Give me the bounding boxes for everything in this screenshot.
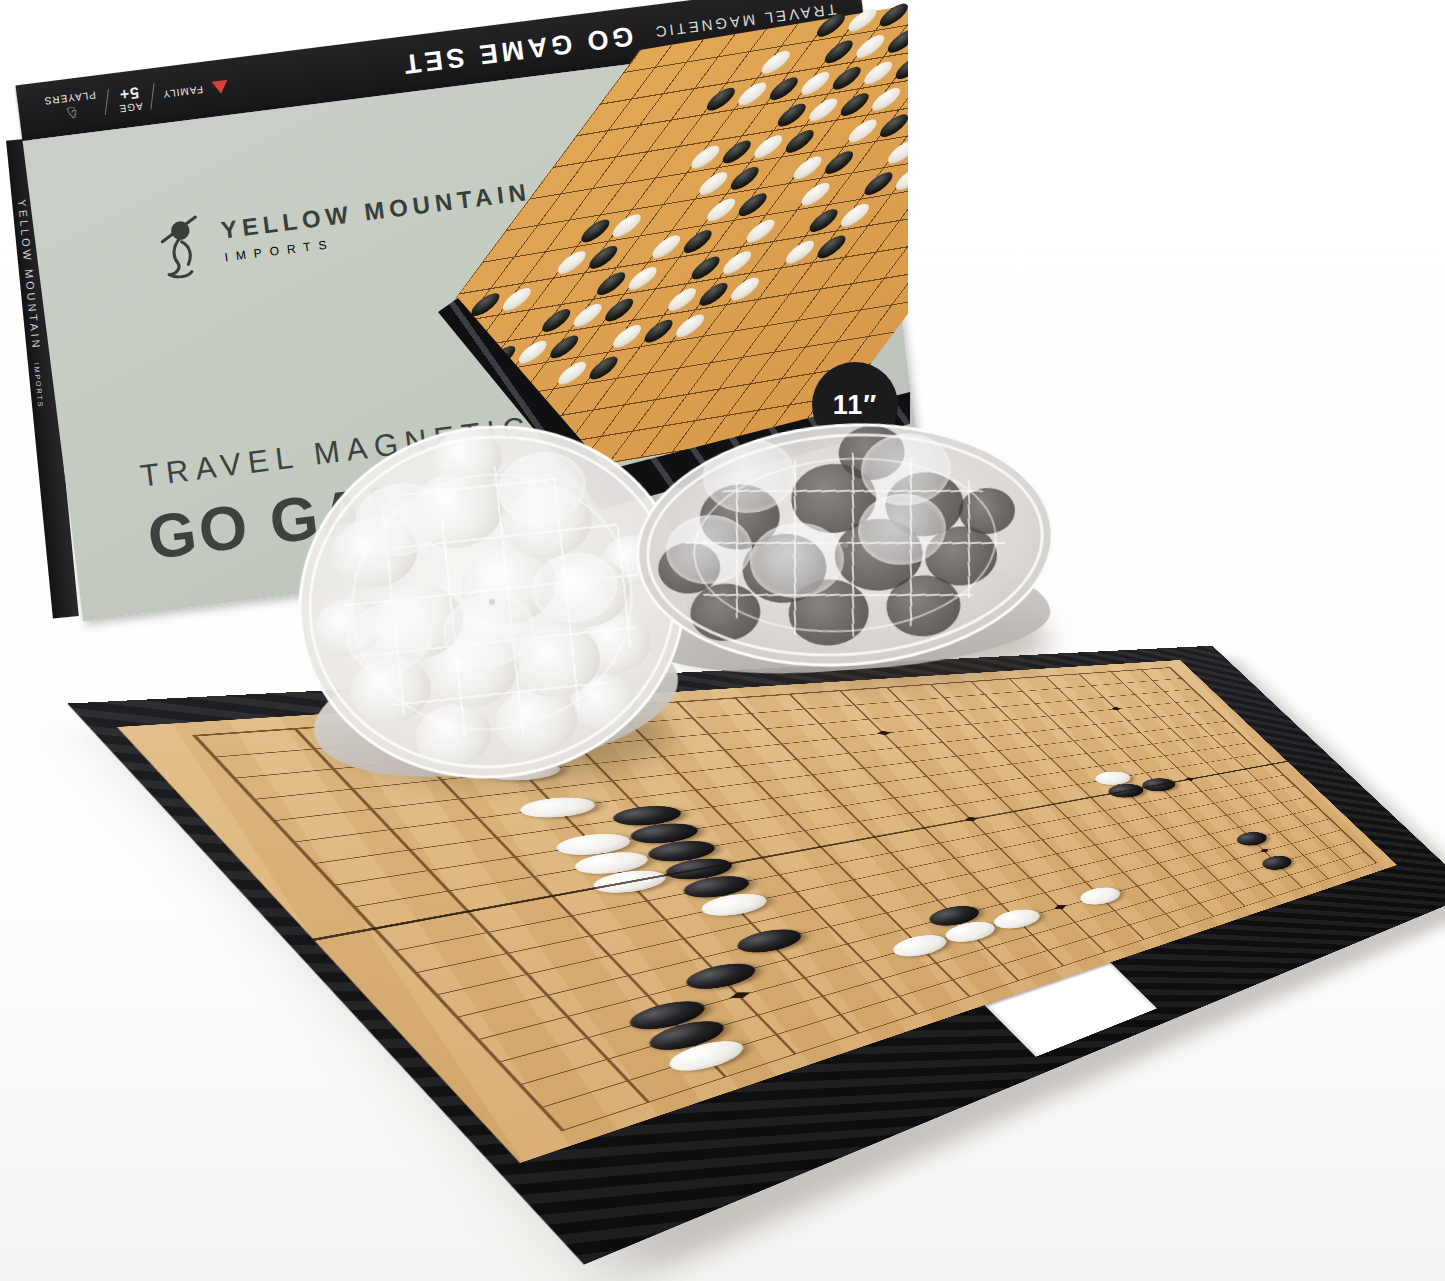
box-art-black-stone (1024, 60, 1063, 86)
star-point (1111, 707, 1121, 710)
red-triangle-icon (212, 80, 230, 95)
box-art-black-stone (914, 134, 953, 160)
box-art-black-stone (969, 97, 1008, 123)
box-art-black-stone (937, 0, 976, 18)
black-stone (730, 925, 808, 957)
box-art-white-stone (890, 165, 929, 191)
box-art-black-stone (882, 28, 921, 54)
white-stone (513, 794, 603, 821)
box-art-black-stone (874, 2, 913, 28)
star-point (1054, 905, 1066, 909)
family-label: FAMILY (162, 84, 204, 100)
box-art-black-stone (930, 76, 969, 102)
age-value: 5+ (118, 84, 140, 104)
brand-row: YELLOW MOUNTAIN IMPORTS (151, 170, 536, 281)
go-board (117, 660, 1397, 1163)
monkey-icon: ♘ (63, 103, 79, 121)
box-art-black-stone (890, 55, 929, 81)
black-stone (1258, 853, 1297, 872)
box-art-white-stone (906, 0, 945, 23)
box-art-white-stone (961, 71, 1000, 97)
star-point (877, 731, 891, 735)
box-art-white-stone (883, 139, 922, 165)
black-stone (678, 959, 762, 995)
white-stone (886, 931, 953, 961)
star-point (730, 992, 751, 998)
white-stone (1074, 884, 1125, 908)
box-art-black-stone (985, 39, 1024, 65)
box-art-black-stone (1032, 0, 1071, 2)
box-art-black-stone (875, 113, 914, 139)
box-art-white-stone (953, 44, 992, 70)
star-point (1260, 849, 1268, 853)
box-spec-icons: FAMILY AGE 5+ ♘ PLAYERS (43, 73, 230, 125)
white-stone (988, 906, 1046, 933)
box-art-white-stone (906, 107, 945, 133)
box-art-black-stone (1040, 2, 1079, 28)
product-photo-scene: YELLOW MOUNTAIN IMPORTS TRAVEL MAGNETIC … (0, 0, 1445, 1281)
box-art-white-stone (914, 23, 953, 49)
monkey-logo-icon (151, 211, 211, 281)
box-art-white-stone (977, 13, 1016, 39)
box-art-black-stone (945, 18, 984, 44)
box-top-small-title: TRAVEL MAGNETIC (652, 1, 838, 41)
black-stone (1232, 830, 1271, 849)
